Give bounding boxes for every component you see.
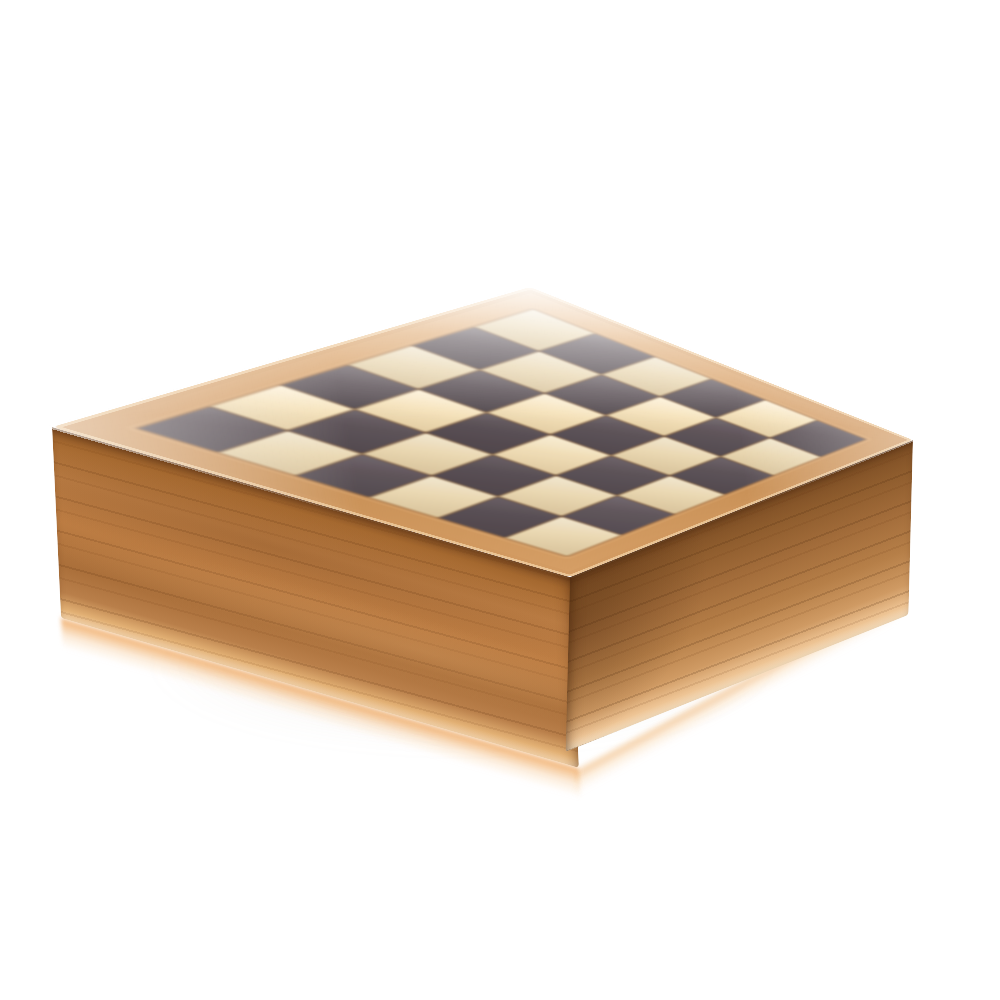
product-photo [0, 0, 1000, 1000]
depth-of-field-wrapper [0, 0, 1000, 1000]
